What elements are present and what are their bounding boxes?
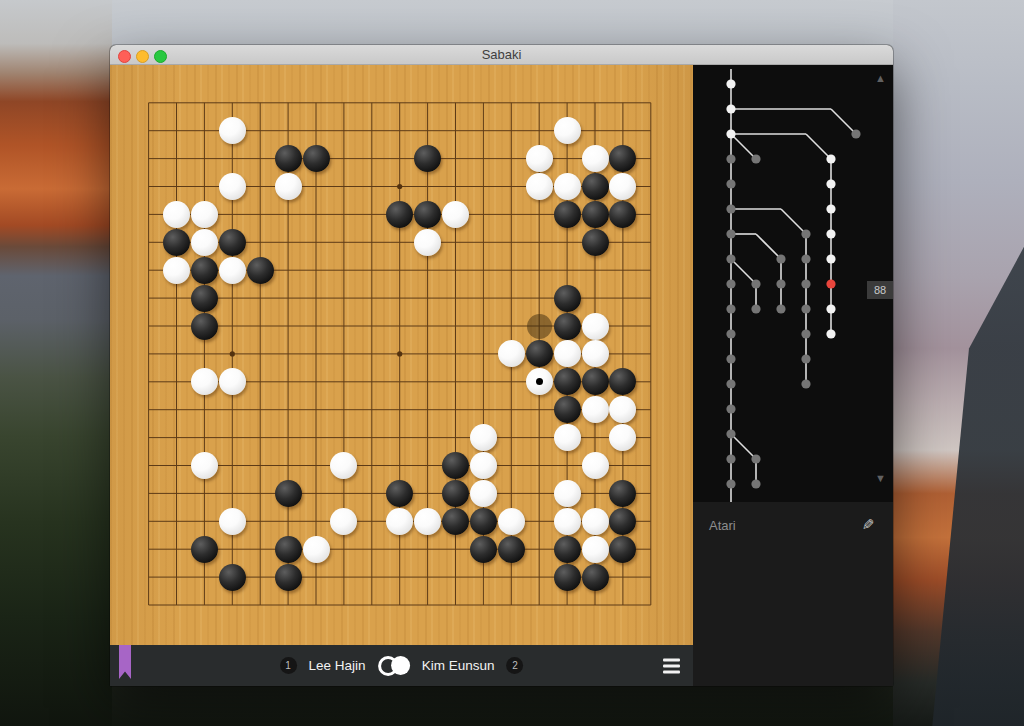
comment-text[interactable]: Atari: [709, 518, 736, 533]
black-captures-badge: 1: [280, 657, 297, 674]
wallpaper-left-mountain: [0, 0, 112, 726]
white-stone: [498, 508, 525, 535]
tree-node[interactable]: [801, 254, 810, 263]
tree-edge: [806, 134, 831, 159]
tree-node[interactable]: [726, 454, 735, 463]
side-panel: ▲ ▼ 88 Atari ✎: [693, 65, 893, 686]
white-stone: [582, 313, 609, 340]
tree-node[interactable]: [751, 279, 760, 288]
tree-node[interactable]: [826, 254, 835, 263]
white-stone: [554, 173, 581, 200]
tree-node[interactable]: [826, 304, 835, 313]
tree-edge: [731, 259, 756, 284]
black-stone: [219, 229, 246, 256]
tree-node[interactable]: [776, 254, 785, 263]
white-stone: [554, 424, 581, 451]
white-stone: [554, 480, 581, 507]
white-stone: [470, 480, 497, 507]
white-player-name: Kim Eunsun: [422, 658, 495, 673]
player-bar: 1 Lee Hajin Kim Eunsun 2: [110, 645, 693, 686]
tree-node[interactable]: [726, 379, 735, 388]
tree-node[interactable]: [726, 479, 735, 488]
tree-node[interactable]: [801, 304, 810, 313]
tree-scroll-up-icon[interactable]: ▲: [875, 73, 886, 84]
white-stone: [470, 452, 497, 479]
black-stone: [275, 536, 302, 563]
white-stone: [219, 257, 246, 284]
black-stone: [442, 508, 469, 535]
move-number-badge: 88: [867, 281, 893, 299]
white-stone-icon: [391, 656, 410, 675]
tree-node[interactable]: [726, 279, 735, 288]
game-tree-graph[interactable]: [693, 65, 893, 502]
tree-node[interactable]: [726, 229, 735, 238]
edit-pencil-icon[interactable]: ✎: [862, 516, 875, 534]
white-stone: [219, 508, 246, 535]
tree-node[interactable]: [851, 129, 860, 138]
tree-node[interactable]: [801, 229, 810, 238]
black-stone: [498, 536, 525, 563]
white-stone: [498, 340, 525, 367]
white-stone: [219, 117, 246, 144]
game-tree-panel[interactable]: ▲ ▼ 88: [693, 65, 893, 502]
black-stone: [554, 201, 581, 228]
black-stone: [582, 201, 609, 228]
white-stone: [526, 173, 553, 200]
black-stone: [275, 480, 302, 507]
tree-node[interactable]: [826, 204, 835, 213]
white-stone: [191, 368, 218, 395]
tree-node[interactable]: [726, 254, 735, 263]
tree-node[interactable]: [801, 354, 810, 363]
tree-node[interactable]: [751, 304, 760, 313]
tree-node[interactable]: [801, 379, 810, 388]
white-stone: [582, 145, 609, 172]
black-stone: [554, 285, 581, 312]
tree-node[interactable]: [801, 329, 810, 338]
comment-panel: Atari ✎: [693, 502, 893, 686]
last-move-marker: [536, 378, 543, 385]
black-stone: [275, 145, 302, 172]
white-stone: [554, 508, 581, 535]
tree-node[interactable]: [726, 329, 735, 338]
white-stone: [582, 452, 609, 479]
sabaki-window: Sabaki 1 Lee Hajin Kim Eunsun 2: [110, 45, 893, 686]
white-stone: [414, 508, 441, 535]
black-stone: [191, 285, 218, 312]
black-stone: [526, 340, 553, 367]
black-stone: [247, 257, 274, 284]
tree-node[interactable]: [751, 454, 760, 463]
black-stone: [414, 145, 441, 172]
black-stone: [275, 564, 302, 591]
tree-node[interactable]: [726, 104, 735, 113]
tree-node[interactable]: [751, 479, 760, 488]
tree-edge: [831, 109, 856, 134]
white-stone: [330, 508, 357, 535]
black-stone: [554, 368, 581, 395]
tree-node[interactable]: [726, 154, 735, 163]
white-stone: [219, 368, 246, 395]
tree-node[interactable]: [826, 179, 835, 188]
tree-node[interactable]: [826, 329, 835, 338]
white-stone: [582, 508, 609, 535]
tree-node[interactable]: [776, 279, 785, 288]
white-stone: [442, 201, 469, 228]
black-stone: [470, 508, 497, 535]
tree-node[interactable]: [726, 179, 735, 188]
white-stone: [275, 173, 302, 200]
black-stone: [191, 313, 218, 340]
white-stone: [219, 173, 246, 200]
black-stone: [582, 229, 609, 256]
white-stone: [470, 424, 497, 451]
tree-node[interactable]: [826, 229, 835, 238]
black-stone: [582, 368, 609, 395]
desktop: Sabaki 1 Lee Hajin Kim Eunsun 2: [0, 0, 1024, 726]
black-stone: [386, 480, 413, 507]
titlebar[interactable]: Sabaki: [110, 45, 893, 65]
tree-node[interactable]: [801, 279, 810, 288]
black-stone: [609, 536, 636, 563]
black-stone: [554, 564, 581, 591]
black-stone: [414, 201, 441, 228]
ghost-stone: [527, 314, 552, 339]
tree-edge: [756, 234, 781, 259]
tree-node[interactable]: [826, 154, 835, 163]
white-stone: [554, 117, 581, 144]
black-stone: [191, 536, 218, 563]
tree-node-current[interactable]: [826, 279, 835, 288]
white-captures-badge: 2: [506, 657, 523, 674]
white-stone: [191, 229, 218, 256]
tree-node[interactable]: [776, 304, 785, 313]
tree-edge: [731, 434, 756, 459]
black-stone: [554, 536, 581, 563]
tree-scroll-down-icon[interactable]: ▼: [875, 473, 886, 484]
tree-node[interactable]: [726, 429, 735, 438]
black-stone: [442, 452, 469, 479]
white-stone: [191, 452, 218, 479]
white-stone: [163, 257, 190, 284]
white-stone: [582, 536, 609, 563]
black-stone: [582, 173, 609, 200]
tree-node[interactable]: [726, 404, 735, 413]
tree-node[interactable]: [751, 154, 760, 163]
white-stone: [582, 396, 609, 423]
white-stone: [526, 145, 553, 172]
black-stone: [554, 396, 581, 423]
white-stone: [191, 201, 218, 228]
black-stone: [582, 564, 609, 591]
black-stone: [303, 145, 330, 172]
tree-edge: [731, 134, 756, 159]
black-player-name: Lee Hajin: [309, 658, 366, 673]
white-stone: [582, 340, 609, 367]
window-title: Sabaki: [110, 45, 893, 65]
white-stone: [414, 229, 441, 256]
menu-hamburger-icon[interactable]: [663, 655, 680, 676]
goban[interactable]: [110, 65, 693, 645]
tree-node[interactable]: [726, 354, 735, 363]
player-turn-toggle[interactable]: [378, 656, 410, 676]
black-stone: [470, 536, 497, 563]
tree-node[interactable]: [726, 304, 735, 313]
white-stone: [554, 340, 581, 367]
tree-node[interactable]: [726, 204, 735, 213]
tree-node[interactable]: [726, 129, 735, 138]
black-stone: [219, 564, 246, 591]
black-stone: [442, 480, 469, 507]
tree-node[interactable]: [726, 79, 735, 88]
black-stone: [554, 313, 581, 340]
black-stone: [386, 201, 413, 228]
tree-edge: [781, 209, 806, 234]
white-stone: [303, 536, 330, 563]
white-stone: [163, 201, 190, 228]
black-stone: [163, 229, 190, 256]
black-stone: [609, 508, 636, 535]
black-stone: [191, 257, 218, 284]
white-stone: [386, 508, 413, 535]
bookmark-ribbon-icon: [119, 645, 131, 679]
